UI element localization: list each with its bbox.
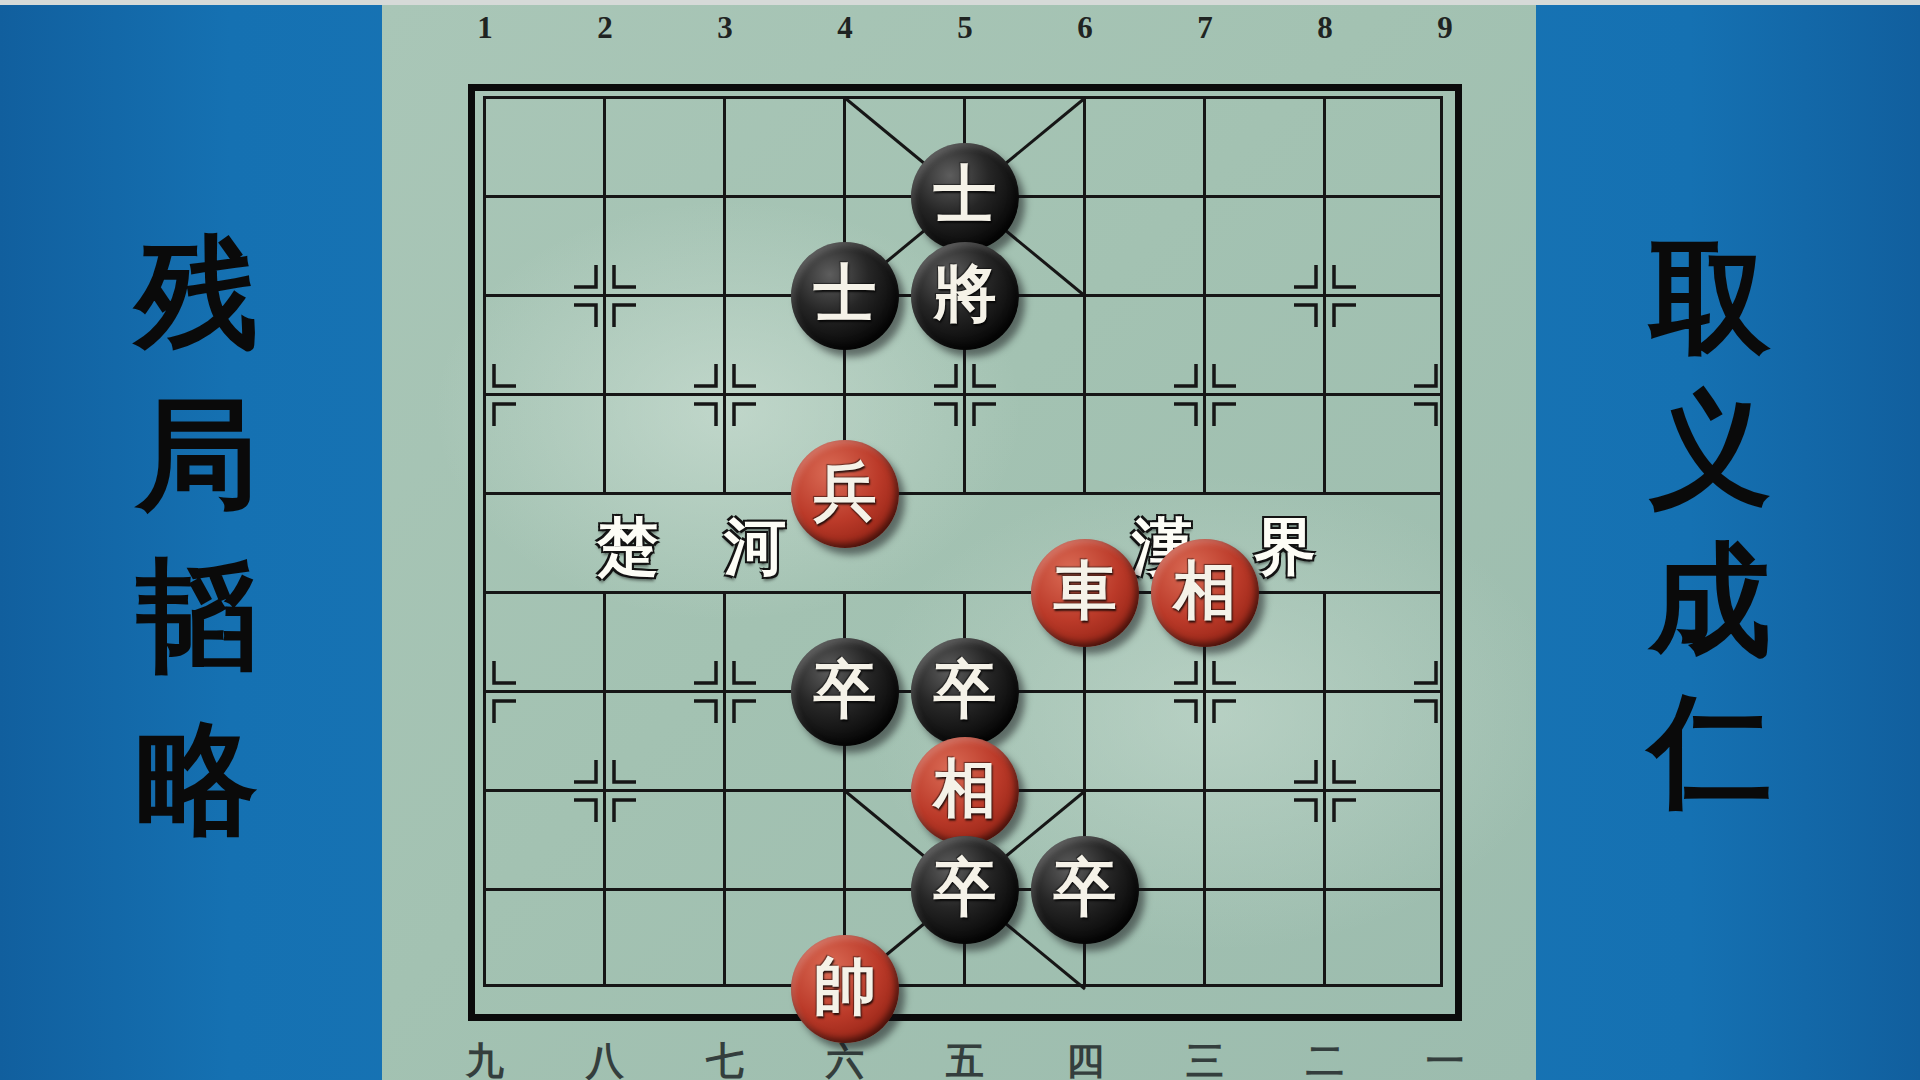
piece-glyph: 相 (934, 758, 997, 821)
piece-glyph: 將 (934, 263, 997, 326)
left-caption-char: 略 (127, 711, 267, 847)
piece-black-general[interactable]: 將 (911, 242, 1019, 350)
piece-glyph: 卒 (934, 659, 997, 722)
piece-glyph: 相 (1174, 560, 1237, 623)
piece-glyph: 車 (1054, 560, 1117, 623)
top-file-label: 8 (1295, 10, 1355, 46)
top-file-label: 9 (1415, 10, 1475, 46)
bottom-file-label: 九 (450, 1036, 520, 1080)
bottom-file-label: 八 (570, 1036, 640, 1080)
piece-red-elephant[interactable]: 相 (1151, 539, 1259, 647)
top-light-strip (0, 0, 1920, 5)
right-caption-char: 取 (1640, 230, 1780, 366)
piece-black-advisor[interactable]: 士 (791, 242, 899, 350)
piece-red-chariot[interactable]: 車 (1031, 539, 1139, 647)
piece-red-soldier[interactable]: 兵 (791, 440, 899, 548)
piece-glyph: 士 (814, 263, 877, 326)
top-file-label: 1 (455, 10, 515, 46)
bottom-file-label: 五 (930, 1036, 1000, 1080)
top-file-label: 4 (815, 10, 875, 46)
left-caption-char: 局 (127, 387, 267, 523)
bottom-file-label: 七 (690, 1036, 760, 1080)
top-file-label: 3 (695, 10, 755, 46)
left-caption-char: 残 (127, 225, 267, 361)
piece-black-advisor[interactable]: 士 (911, 143, 1019, 251)
bottom-file-label: 一 (1410, 1036, 1480, 1080)
right-caption-char: 义 (1640, 381, 1780, 517)
bottom-file-label: 三 (1170, 1036, 1240, 1080)
piece-glyph: 帥 (814, 956, 877, 1019)
top-file-label: 5 (935, 10, 995, 46)
top-file-label: 7 (1175, 10, 1235, 46)
piece-black-soldier[interactable]: 卒 (791, 638, 899, 746)
top-file-label: 2 (575, 10, 635, 46)
bottom-file-label: 二 (1290, 1036, 1360, 1080)
right-caption-char: 成 (1640, 532, 1780, 668)
piece-black-soldier[interactable]: 卒 (1031, 836, 1139, 944)
piece-black-soldier[interactable]: 卒 (911, 638, 1019, 746)
piece-black-soldier[interactable]: 卒 (911, 836, 1019, 944)
piece-glyph: 兵 (814, 461, 877, 524)
bottom-file-label: 四 (1050, 1036, 1120, 1080)
top-file-label: 6 (1055, 10, 1115, 46)
piece-glyph: 卒 (934, 857, 997, 920)
piece-red-elephant[interactable]: 相 (911, 737, 1019, 845)
piece-glyph: 士 (934, 164, 997, 227)
left-caption-char: 韬 (127, 549, 267, 685)
right-caption-char: 仁 (1640, 683, 1780, 819)
piece-glyph: 卒 (1054, 857, 1117, 920)
piece-red-general[interactable]: 帥 (791, 935, 899, 1043)
piece-glyph: 卒 (814, 659, 877, 722)
